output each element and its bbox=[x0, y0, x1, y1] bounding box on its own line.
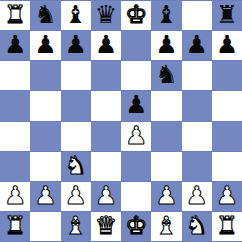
white-pawn-icon: ♟ bbox=[34, 183, 56, 208]
square-d6[interactable] bbox=[91, 61, 121, 91]
black-queen-icon: ♛ bbox=[95, 2, 117, 27]
square-f7[interactable]: ♟ bbox=[151, 31, 181, 61]
white-pawn-icon: ♟ bbox=[155, 183, 177, 208]
white-pawn-icon: ♟ bbox=[125, 123, 147, 148]
square-g8[interactable] bbox=[182, 1, 212, 31]
square-b4[interactable] bbox=[30, 122, 60, 152]
square-g2[interactable]: ♟ bbox=[182, 182, 212, 212]
square-a2[interactable]: ♟ bbox=[0, 182, 30, 212]
square-g3[interactable] bbox=[182, 152, 212, 182]
square-h7[interactable]: ♟ bbox=[212, 31, 242, 61]
white-bishop-icon: ♝ bbox=[64, 213, 86, 238]
black-pawn-icon: ♟ bbox=[64, 32, 86, 57]
square-a4[interactable] bbox=[0, 122, 30, 152]
square-c7[interactable]: ♟ bbox=[61, 31, 91, 61]
white-pawn-icon: ♟ bbox=[216, 183, 238, 208]
square-f3[interactable] bbox=[151, 152, 181, 182]
white-knight-icon: ♞ bbox=[64, 153, 86, 178]
square-f6[interactable]: ♞ bbox=[151, 61, 181, 91]
square-f2[interactable]: ♟ bbox=[151, 182, 181, 212]
white-pawn-icon: ♟ bbox=[95, 183, 117, 208]
square-d3[interactable] bbox=[91, 152, 121, 182]
square-h5[interactable] bbox=[212, 91, 242, 121]
square-h4[interactable] bbox=[212, 122, 242, 152]
black-bishop-icon: ♝ bbox=[64, 2, 86, 27]
square-c4[interactable] bbox=[61, 122, 91, 152]
white-pawn-icon: ♟ bbox=[64, 183, 86, 208]
black-pawn-icon: ♟ bbox=[216, 32, 238, 57]
square-e8[interactable]: ♚ bbox=[121, 1, 151, 31]
white-king-icon: ♚ bbox=[125, 213, 147, 238]
square-b2[interactable]: ♟ bbox=[30, 182, 60, 212]
square-g6[interactable] bbox=[182, 61, 212, 91]
white-rook-icon: ♜ bbox=[216, 213, 238, 238]
black-pawn-icon: ♟ bbox=[185, 32, 207, 57]
square-c8[interactable]: ♝ bbox=[61, 1, 91, 31]
black-knight-icon: ♞ bbox=[155, 62, 177, 87]
square-a7[interactable]: ♟ bbox=[0, 31, 30, 61]
black-pawn-icon: ♟ bbox=[125, 92, 147, 117]
square-d2[interactable]: ♟ bbox=[91, 182, 121, 212]
square-f1[interactable]: ♝ bbox=[151, 212, 181, 242]
square-e3[interactable] bbox=[121, 152, 151, 182]
square-d4[interactable] bbox=[91, 122, 121, 152]
square-c1[interactable]: ♝ bbox=[61, 212, 91, 242]
white-king-icon: ♚ bbox=[125, 2, 147, 27]
square-g1[interactable]: ♞ bbox=[182, 212, 212, 242]
square-f5[interactable] bbox=[151, 91, 181, 121]
square-h8[interactable]: ♜ bbox=[212, 1, 242, 31]
square-g4[interactable] bbox=[182, 122, 212, 152]
square-c3[interactable]: ♞ bbox=[61, 152, 91, 182]
square-h2[interactable]: ♟ bbox=[212, 182, 242, 212]
black-pawn-icon: ♟ bbox=[34, 32, 56, 57]
white-rook-icon: ♜ bbox=[4, 213, 26, 238]
square-b1[interactable] bbox=[30, 212, 60, 242]
square-h3[interactable] bbox=[212, 152, 242, 182]
square-d7[interactable]: ♟ bbox=[91, 31, 121, 61]
square-c6[interactable] bbox=[61, 61, 91, 91]
square-b3[interactable] bbox=[30, 152, 60, 182]
white-rook-icon: ♜ bbox=[4, 2, 26, 27]
square-c5[interactable] bbox=[61, 91, 91, 121]
square-e1[interactable]: ♚ bbox=[121, 212, 151, 242]
square-a1[interactable]: ♜ bbox=[0, 212, 30, 242]
square-e5[interactable]: ♟ bbox=[121, 91, 151, 121]
black-bishop-icon: ♝ bbox=[155, 2, 177, 27]
square-a5[interactable] bbox=[0, 91, 30, 121]
square-e7[interactable] bbox=[121, 31, 151, 61]
square-b7[interactable]: ♟ bbox=[30, 31, 60, 61]
black-knight-icon: ♞ bbox=[34, 2, 56, 27]
square-e6[interactable] bbox=[121, 61, 151, 91]
white-queen-icon: ♛ bbox=[95, 213, 117, 238]
square-a6[interactable] bbox=[0, 61, 30, 91]
square-b8[interactable]: ♞ bbox=[30, 1, 60, 31]
square-g5[interactable] bbox=[182, 91, 212, 121]
black-rook-icon: ♜ bbox=[216, 2, 238, 27]
square-f8[interactable]: ♝ bbox=[151, 1, 181, 31]
square-g7[interactable]: ♟ bbox=[182, 31, 212, 61]
square-a8[interactable]: ♜ bbox=[0, 1, 30, 31]
square-d5[interactable] bbox=[91, 91, 121, 121]
square-h6[interactable] bbox=[212, 61, 242, 91]
white-knight-icon: ♞ bbox=[185, 213, 207, 238]
square-b6[interactable] bbox=[30, 61, 60, 91]
white-pawn-icon: ♟ bbox=[185, 183, 207, 208]
black-pawn-icon: ♟ bbox=[155, 32, 177, 57]
square-d8[interactable]: ♛ bbox=[91, 1, 121, 31]
black-pawn-icon: ♟ bbox=[95, 32, 117, 57]
square-c2[interactable]: ♟ bbox=[61, 182, 91, 212]
square-d1[interactable]: ♛ bbox=[91, 212, 121, 242]
square-a3[interactable] bbox=[0, 152, 30, 182]
square-e2[interactable] bbox=[121, 182, 151, 212]
square-h1[interactable]: ♜ bbox=[212, 212, 242, 242]
white-pawn-icon: ♟ bbox=[4, 183, 26, 208]
white-bishop-icon: ♝ bbox=[155, 213, 177, 238]
square-b5[interactable] bbox=[30, 91, 60, 121]
square-f4[interactable] bbox=[151, 122, 181, 152]
square-e4[interactable]: ♟ bbox=[121, 122, 151, 152]
chess-board: ♜♞♝♛♚♝♜♟♟♟♟♟♟♟♞♟♟♞♟♟♟♟♟♟♟♜♝♛♚♝♞♜ bbox=[0, 0, 242, 242]
black-pawn-icon: ♟ bbox=[4, 32, 26, 57]
